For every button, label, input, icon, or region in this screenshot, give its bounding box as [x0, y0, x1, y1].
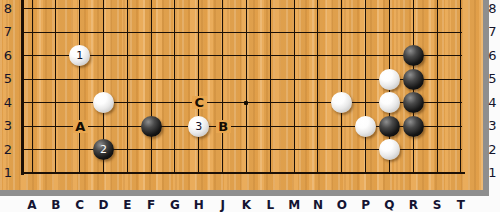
- coord-label-left-6: 6: [1, 49, 15, 63]
- coord-label-bottom-T: T: [451, 198, 471, 212]
- grid-line-vertical-E: [127, 0, 128, 174]
- stone-C6-white[interactable]: 1: [69, 45, 90, 66]
- stone-F3-black[interactable]: [141, 116, 162, 137]
- coord-label-bottom-S: S: [427, 198, 447, 212]
- stone-R5-black[interactable]: [403, 69, 424, 90]
- grid-line-vertical-B: [55, 0, 56, 174]
- coord-label-left-1: 1: [1, 166, 15, 180]
- star-point-K4: [244, 101, 248, 105]
- letter-mark-C[interactable]: C: [192, 96, 207, 109]
- grid-line-vertical-L: [270, 0, 271, 174]
- stone-number-3: 3: [195, 121, 202, 132]
- coord-label-bottom-E: E: [117, 198, 137, 212]
- grid-line-vertical-F: [151, 0, 152, 174]
- grid-line-vertical-O: [341, 0, 342, 174]
- grid-line-vertical-T: [460, 0, 461, 174]
- coord-label-bottom-F: F: [141, 198, 161, 212]
- letter-mark-B[interactable]: B: [216, 120, 231, 133]
- coord-label-left-2: 2: [1, 143, 15, 157]
- coord-label-bottom-D: D: [93, 198, 113, 212]
- coord-label-right-5: 5: [486, 72, 499, 86]
- board-edge-left-line: [21, 0, 24, 175]
- coord-label-bottom-H: H: [189, 198, 209, 212]
- coord-label-bottom-L: L: [260, 198, 280, 212]
- stone-D4-white[interactable]: [93, 92, 114, 113]
- coord-label-left-8: 8: [1, 2, 15, 16]
- stone-R4-black[interactable]: [403, 92, 424, 113]
- stone-number-1: 1: [76, 50, 83, 61]
- board-edge-bottom-line: [21, 172, 465, 174]
- coord-label-left-7: 7: [1, 25, 15, 39]
- coord-label-bottom-N: N: [308, 198, 328, 212]
- stone-Q4-white[interactable]: [379, 92, 400, 113]
- grid-line-vertical-J: [222, 0, 223, 174]
- grid-line-vertical-M: [294, 0, 295, 174]
- coord-label-right-2: 2: [486, 143, 499, 157]
- coord-label-right-7: 7: [486, 25, 499, 39]
- coord-label-left-5: 5: [1, 72, 15, 86]
- go-diagram: ABC123 8765432187654321ABCDEFGHJKLMNOPQR…: [0, 0, 500, 212]
- grid-line-vertical-S: [437, 0, 438, 174]
- stone-P3-white[interactable]: [355, 116, 376, 137]
- coord-label-bottom-O: O: [332, 198, 352, 212]
- stone-R3-black[interactable]: [403, 116, 424, 137]
- coord-label-right-8: 8: [486, 2, 499, 16]
- coord-label-bottom-B: B: [46, 198, 66, 212]
- coord-label-bottom-G: G: [165, 198, 185, 212]
- coord-label-right-6: 6: [486, 49, 499, 63]
- grid-line-vertical-P: [365, 0, 366, 174]
- coord-label-bottom-A: A: [22, 198, 42, 212]
- stone-Q3-black[interactable]: [379, 116, 400, 137]
- stone-Q2-white[interactable]: [379, 139, 400, 160]
- coord-label-bottom-M: M: [284, 198, 304, 212]
- stone-O4-white[interactable]: [331, 92, 352, 113]
- go-board[interactable]: ABC123: [0, 0, 483, 190]
- grid-line-vertical-A: [32, 0, 33, 174]
- grid-line-horizontal-7: [21, 32, 462, 33]
- letter-mark-A[interactable]: A: [73, 120, 88, 133]
- stone-R6-black[interactable]: [403, 45, 424, 66]
- grid-line-vertical-G: [174, 0, 175, 174]
- coord-label-right-3: 3: [486, 119, 499, 133]
- coord-label-left-3: 3: [1, 119, 15, 133]
- coord-label-bottom-Q: Q: [379, 198, 399, 212]
- coord-label-bottom-J: J: [213, 198, 233, 212]
- stone-H3-white[interactable]: 3: [188, 116, 209, 137]
- grid-line-vertical-K: [246, 0, 247, 174]
- stone-Q5-white[interactable]: [379, 69, 400, 90]
- coord-label-left-4: 4: [1, 96, 15, 110]
- coord-label-bottom-R: R: [403, 198, 423, 212]
- stone-number-2: 2: [100, 144, 107, 155]
- grid-line-vertical-N: [317, 0, 318, 174]
- coord-label-right-1: 1: [486, 166, 499, 180]
- grid-line-vertical-C: [79, 0, 80, 174]
- stone-D2-black[interactable]: 2: [93, 139, 114, 160]
- grid-line-horizontal-8: [21, 8, 462, 9]
- grid-line-vertical-H: [198, 0, 199, 174]
- board-shadow-bottom: [0, 190, 489, 196]
- coord-label-right-4: 4: [486, 96, 499, 110]
- coord-label-bottom-K: K: [236, 198, 256, 212]
- coord-label-bottom-C: C: [70, 198, 90, 212]
- coord-label-bottom-P: P: [356, 198, 376, 212]
